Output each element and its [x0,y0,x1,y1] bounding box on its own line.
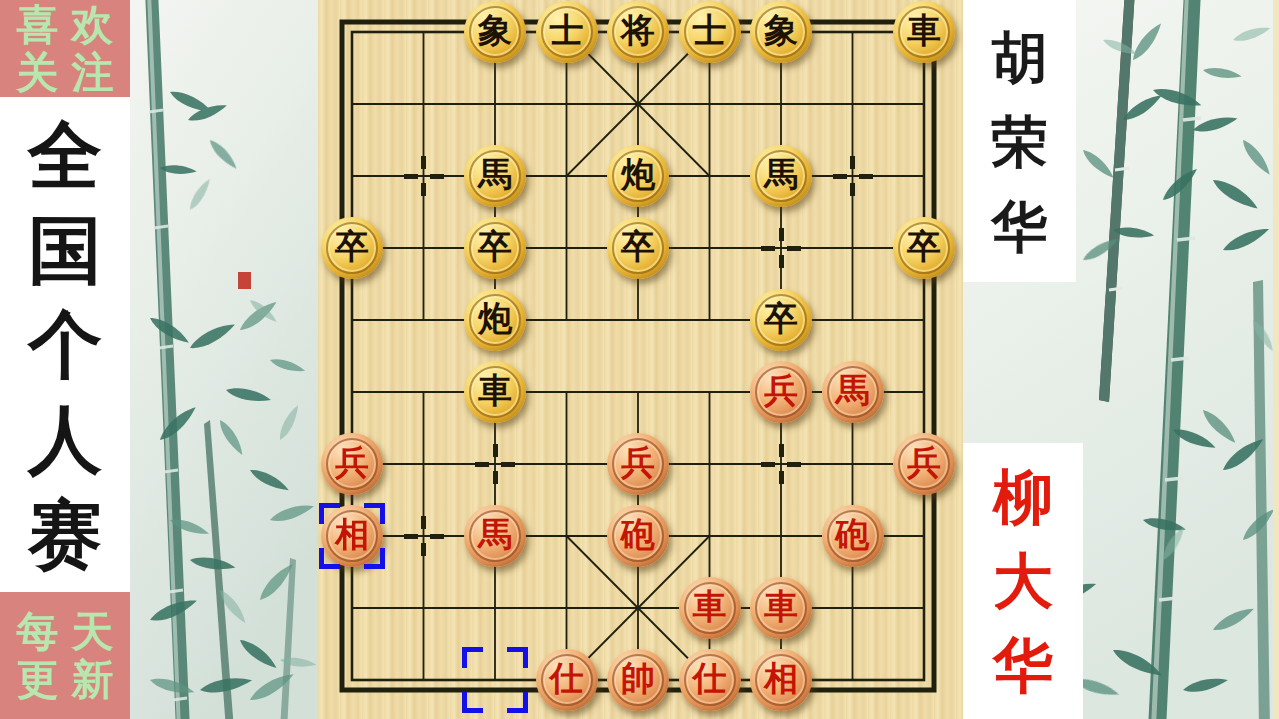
piece-black-車[interactable]: 車 [464,361,526,423]
piece-black-炮[interactable]: 炮 [464,289,526,351]
point-marker [475,444,515,484]
banner-event: 全国个人赛 [0,97,130,592]
point-marker [833,156,873,196]
piece-black-馬[interactable]: 馬 [750,145,812,207]
piece-black-将[interactable]: 将 [607,1,669,63]
piece-red-兵[interactable]: 兵 [321,433,383,495]
piece-red-相[interactable]: 相 [750,649,812,711]
piece-black-卒[interactable]: 卒 [607,217,669,279]
player-name-top: 胡荣华 [963,0,1076,282]
last-move-to-bracket [319,503,385,569]
point-marker [761,444,801,484]
piece-black-卒[interactable]: 卒 [464,217,526,279]
piece-red-車[interactable]: 車 [750,577,812,639]
right-edge-strip [1273,0,1279,719]
piece-red-車[interactable]: 車 [679,577,741,639]
piece-black-馬[interactable]: 馬 [464,145,526,207]
banner-like-line2: 关注 [4,49,127,96]
last-move-from-bracket [462,647,528,713]
xiangqi-board[interactable]: 象士将士象車馬炮馬卒卒卒卒炮卒車兵馬兵兵兵相馬砲砲車車仕帥仕相 [318,0,963,719]
banner-like-line1: 喜欢 [4,1,127,48]
piece-black-卒[interactable]: 卒 [321,217,383,279]
piece-black-車[interactable]: 車 [893,1,955,63]
piece-red-兵[interactable]: 兵 [893,433,955,495]
piece-red-兵[interactable]: 兵 [750,361,812,423]
banner-daily-update: 每天 更新 [0,592,130,719]
piece-red-仕[interactable]: 仕 [679,649,741,711]
piece-black-象[interactable]: 象 [750,1,812,63]
board-grid [318,0,963,719]
piece-red-兵[interactable]: 兵 [607,433,669,495]
piece-black-象[interactable]: 象 [464,1,526,63]
point-marker [404,156,444,196]
point-marker [761,228,801,268]
piece-red-砲[interactable]: 砲 [607,505,669,567]
banner-like-follow: 喜欢 关注 [0,0,130,97]
point-marker [404,516,444,556]
player-bottom-text: 柳大华 [963,443,1083,719]
piece-black-卒[interactable]: 卒 [750,289,812,351]
piece-black-炮[interactable]: 炮 [607,145,669,207]
player-top-text: 胡荣华 [963,0,1076,282]
event-title: 全国个人赛 [0,97,130,592]
banner-update-line2: 更新 [4,656,127,703]
piece-black-卒[interactable]: 卒 [893,217,955,279]
banner-update-line1: 每天 [4,608,127,655]
piece-red-帥[interactable]: 帥 [607,649,669,711]
piece-black-士[interactable]: 士 [536,1,598,63]
piece-black-士[interactable]: 士 [679,1,741,63]
player-name-bottom: 柳大华 [963,443,1083,719]
piece-red-馬[interactable]: 馬 [822,361,884,423]
piece-red-仕[interactable]: 仕 [536,649,598,711]
piece-red-砲[interactable]: 砲 [822,505,884,567]
page: 喜欢 关注 全国个人赛 每天 更新 [0,0,1279,719]
seal-stamp [238,272,251,289]
bamboo-art-left [130,0,320,719]
piece-red-馬[interactable]: 馬 [464,505,526,567]
